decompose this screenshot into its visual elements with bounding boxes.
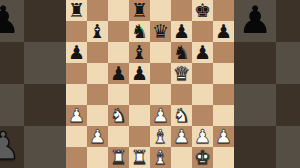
square-g6[interactable]: ♟ <box>192 42 213 63</box>
square-b6[interactable] <box>87 42 108 63</box>
square-d6[interactable]: ♝ <box>129 42 150 63</box>
square-g6: ♟ <box>234 0 276 42</box>
square-b4 <box>24 84 66 126</box>
white-queen-f5[interactable]: ♛ <box>173 63 190 84</box>
black-knight-f6[interactable]: ♞ <box>173 42 190 63</box>
square-h6[interactable] <box>213 42 234 63</box>
square-h7[interactable]: ♟ <box>213 21 234 42</box>
black-bishop-d6[interactable]: ♝ <box>131 42 148 63</box>
square-e3[interactable]: ♟ <box>150 105 171 126</box>
square-h6 <box>276 0 300 42</box>
square-g3[interactable] <box>192 105 213 126</box>
square-f5[interactable]: ♛ <box>171 63 192 84</box>
square-e5[interactable] <box>150 63 171 84</box>
black-pawn-f7[interactable]: ♟ <box>173 21 190 42</box>
white-knight-f3[interactable]: ♞ <box>173 105 190 126</box>
square-d5[interactable]: ♟ <box>129 63 150 84</box>
chess-board[interactable]: ♜♜♚♝♞♛♟♟♟♝♞♟♟♟♛♟♞♟♞♟♝♟♟♟♜♜♝♚ <box>66 0 234 168</box>
square-d3[interactable] <box>129 105 150 126</box>
square-h4[interactable] <box>213 84 234 105</box>
white-king-g1[interactable]: ♚ <box>194 147 211 168</box>
square-h4 <box>276 84 300 126</box>
square-b1[interactable] <box>87 147 108 168</box>
square-h2[interactable]: ♟ <box>213 126 234 147</box>
white-knight-c3[interactable]: ♞ <box>110 105 127 126</box>
black-pawn-g6[interactable]: ♟ <box>194 42 211 63</box>
square-g3 <box>234 126 276 168</box>
white-pawn-a3[interactable]: ♟ <box>68 105 85 126</box>
black-king-g8[interactable]: ♚ <box>194 0 211 21</box>
white-pawn-b2[interactable]: ♟ <box>89 126 106 147</box>
square-b2[interactable]: ♟ <box>87 126 108 147</box>
square-c5[interactable]: ♟ <box>108 63 129 84</box>
square-g1[interactable]: ♚ <box>192 147 213 168</box>
white-bishop-e1[interactable]: ♝ <box>152 147 169 168</box>
square-d7[interactable]: ♞ <box>129 21 150 42</box>
square-a3[interactable]: ♟ <box>66 105 87 126</box>
black-bishop-b7[interactable]: ♝ <box>89 21 106 42</box>
white-rook-d1[interactable]: ♜ <box>131 147 148 168</box>
black-rook-d8[interactable]: ♜ <box>131 0 148 21</box>
square-g4 <box>234 84 276 126</box>
square-c7[interactable] <box>108 21 129 42</box>
black-knight-d7[interactable]: ♞ <box>131 21 148 42</box>
square-g5[interactable] <box>192 63 213 84</box>
square-a8[interactable]: ♜ <box>66 0 87 21</box>
square-c4[interactable] <box>108 84 129 105</box>
square-e2[interactable]: ♝ <box>150 126 171 147</box>
square-b5[interactable] <box>87 63 108 84</box>
square-h3[interactable] <box>213 105 234 126</box>
square-b7[interactable]: ♝ <box>87 21 108 42</box>
square-a4[interactable] <box>66 84 87 105</box>
square-a5[interactable] <box>66 63 87 84</box>
square-a4 <box>0 84 24 126</box>
square-g7[interactable] <box>192 21 213 42</box>
square-h3 <box>276 126 300 168</box>
square-b3[interactable] <box>87 105 108 126</box>
square-e7[interactable]: ♛ <box>150 21 171 42</box>
square-f8[interactable] <box>171 0 192 21</box>
square-a6: ♟ <box>0 0 24 42</box>
white-pawn-g2[interactable]: ♟ <box>194 126 211 147</box>
white-pawn-h2: ♟ <box>280 167 300 168</box>
square-e6[interactable] <box>150 42 171 63</box>
square-e4[interactable] <box>150 84 171 105</box>
square-f1[interactable] <box>171 147 192 168</box>
square-g4[interactable] <box>192 84 213 105</box>
black-pawn-g6: ♟ <box>238 0 272 41</box>
square-f4[interactable] <box>171 84 192 105</box>
square-b3 <box>24 126 66 168</box>
square-d2[interactable] <box>129 126 150 147</box>
black-pawn-a6[interactable]: ♟ <box>68 42 85 63</box>
square-a6[interactable]: ♟ <box>66 42 87 63</box>
white-pawn-a3: ♟ <box>0 125 20 167</box>
square-f2[interactable]: ♟ <box>171 126 192 147</box>
square-b8[interactable] <box>87 0 108 21</box>
square-g8[interactable]: ♚ <box>192 0 213 21</box>
square-e8[interactable] <box>150 0 171 21</box>
white-pawn-h2[interactable]: ♟ <box>215 126 232 147</box>
square-a2[interactable] <box>66 126 87 147</box>
square-f7[interactable]: ♟ <box>171 21 192 42</box>
square-b6 <box>24 0 66 42</box>
square-b4[interactable] <box>87 84 108 105</box>
square-d1[interactable]: ♜ <box>129 147 150 168</box>
black-pawn-h7[interactable]: ♟ <box>215 21 232 42</box>
black-pawn-c5[interactable]: ♟ <box>110 63 127 84</box>
square-d8[interactable]: ♜ <box>129 0 150 21</box>
white-pawn-b2: ♟ <box>28 167 62 168</box>
black-queen-e7[interactable]: ♛ <box>152 21 169 42</box>
square-c8[interactable] <box>108 0 129 21</box>
square-a3: ♟ <box>0 126 24 168</box>
square-c2[interactable] <box>108 126 129 147</box>
square-c1[interactable]: ♜ <box>108 147 129 168</box>
square-a1[interactable] <box>66 147 87 168</box>
square-a7[interactable] <box>66 21 87 42</box>
square-c6[interactable] <box>108 42 129 63</box>
video-frame: ♜♜♚♝♞♛♟♟♟♝♞♟♟♟♛♟♞♟♞♟♝♟♟♟♜♜♝♚ ♜♜♚♝♞♛♟♟♟♝♞… <box>0 0 300 168</box>
white-bishop-e2[interactable]: ♝ <box>152 126 169 147</box>
square-a5 <box>0 42 24 84</box>
white-pawn-g2: ♟ <box>238 167 272 168</box>
square-h5[interactable] <box>213 63 234 84</box>
square-f3[interactable]: ♞ <box>171 105 192 126</box>
black-rook-a8[interactable]: ♜ <box>68 0 85 21</box>
square-f6[interactable]: ♞ <box>171 42 192 63</box>
square-d4[interactable] <box>129 84 150 105</box>
white-pawn-f2[interactable]: ♟ <box>173 126 190 147</box>
black-pawn-a6: ♟ <box>0 0 20 41</box>
square-g5 <box>234 42 276 84</box>
square-h5 <box>276 42 300 84</box>
square-e1[interactable]: ♝ <box>150 147 171 168</box>
square-g2[interactable]: ♟ <box>192 126 213 147</box>
square-c3[interactable]: ♞ <box>108 105 129 126</box>
white-rook-c1[interactable]: ♜ <box>110 147 127 168</box>
square-h8[interactable] <box>213 0 234 21</box>
white-pawn-e3[interactable]: ♟ <box>152 105 169 126</box>
black-pawn-d5[interactable]: ♟ <box>131 63 148 84</box>
square-h1[interactable] <box>213 147 234 168</box>
square-b5 <box>24 42 66 84</box>
